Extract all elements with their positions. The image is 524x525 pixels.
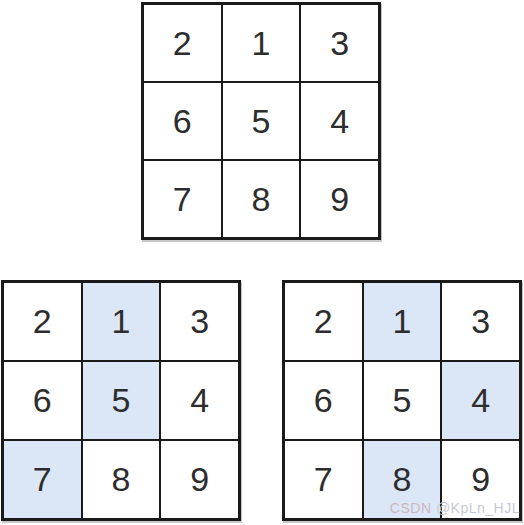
- diagram-canvas: 213654789 213654789 213654789 CSDN @KpLn…: [0, 0, 524, 525]
- grid-cell: 3: [441, 282, 520, 361]
- grid-cell: 3: [160, 282, 239, 361]
- grid-cell: 1: [222, 4, 301, 82]
- grid-cell: 3: [300, 4, 379, 82]
- grid-cell: 8: [82, 440, 161, 519]
- grid-cell: 7: [143, 160, 222, 238]
- grid-cell: 2: [3, 282, 82, 361]
- grid-cell: 9: [441, 440, 520, 519]
- grid-cell: 2: [284, 282, 363, 361]
- grid-cell: 9: [300, 160, 379, 238]
- grid-cell: 2: [143, 4, 222, 82]
- grid-cell: 4: [441, 361, 520, 440]
- grid-cell: 9: [160, 440, 239, 519]
- grid-cell: 6: [143, 82, 222, 160]
- grid-cell: 8: [363, 440, 442, 519]
- grid-cell: 4: [160, 361, 239, 440]
- grid-cell: 6: [3, 361, 82, 440]
- grid-cell: 1: [363, 282, 442, 361]
- grid-cell: 5: [82, 361, 161, 440]
- grid-cell: 1: [82, 282, 161, 361]
- grid-cell: 6: [284, 361, 363, 440]
- grid-cell: 7: [284, 440, 363, 519]
- grid-bottom-left: 213654789: [1, 280, 241, 521]
- grid-cell: 5: [222, 82, 301, 160]
- grid-cell: 4: [300, 82, 379, 160]
- grid-cell: 8: [222, 160, 301, 238]
- grid-cell: 7: [3, 440, 82, 519]
- grid-bottom-right: 213654789: [282, 280, 522, 521]
- grid-cell: 5: [363, 361, 442, 440]
- grid-top: 213654789: [141, 2, 381, 240]
